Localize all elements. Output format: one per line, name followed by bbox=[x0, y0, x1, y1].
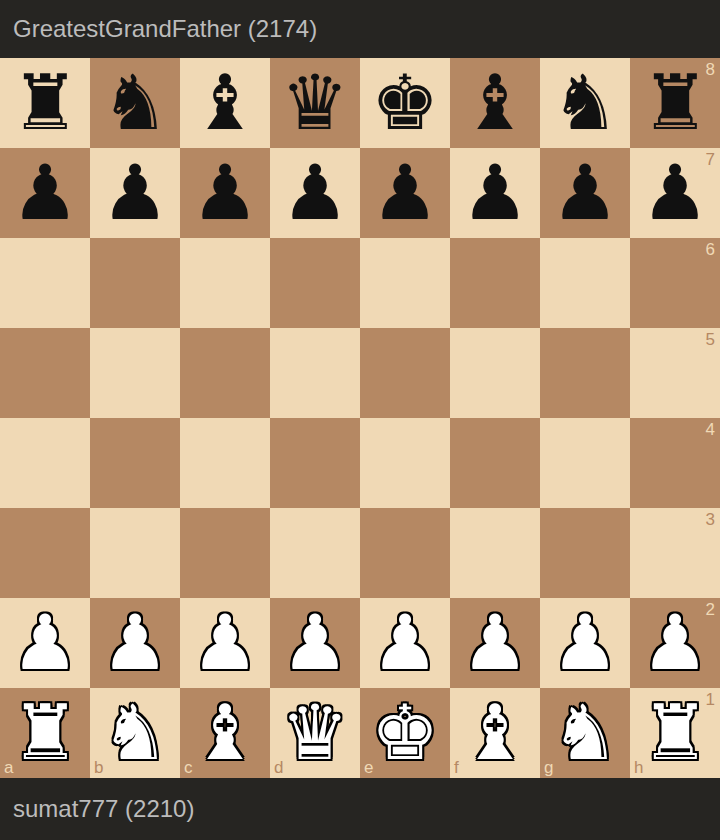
piece-white-pawn[interactable]: ♟ bbox=[461, 598, 529, 688]
piece-white-pawn[interactable]: ♟ bbox=[641, 598, 709, 688]
piece-white-rook[interactable]: ♜ bbox=[641, 688, 709, 778]
square-f1[interactable]: ♝f bbox=[450, 688, 540, 778]
file-label-d: d bbox=[274, 759, 283, 776]
piece-black-bishop[interactable]: ♝ bbox=[461, 58, 529, 148]
piece-white-knight[interactable]: ♞ bbox=[551, 688, 619, 778]
piece-black-knight[interactable]: ♞ bbox=[551, 58, 619, 148]
piece-white-pawn[interactable]: ♟ bbox=[191, 598, 259, 688]
square-e8[interactable]: ♚ bbox=[360, 58, 450, 148]
square-h3[interactable]: 3 bbox=[630, 508, 720, 598]
file-label-g: g bbox=[544, 759, 553, 776]
square-h5[interactable]: 5 bbox=[630, 328, 720, 418]
square-g8[interactable]: ♞ bbox=[540, 58, 630, 148]
bottom-player-name[interactable]: sumat777 (2210) bbox=[13, 795, 194, 823]
square-d5[interactable] bbox=[270, 328, 360, 418]
square-b1[interactable]: ♞b bbox=[90, 688, 180, 778]
square-e2[interactable]: ♟ bbox=[360, 598, 450, 688]
square-e4[interactable] bbox=[360, 418, 450, 508]
square-c6[interactable] bbox=[180, 238, 270, 328]
file-label-a: a bbox=[4, 759, 13, 776]
square-a6[interactable] bbox=[0, 238, 90, 328]
piece-black-pawn[interactable]: ♟ bbox=[461, 148, 529, 238]
piece-black-bishop[interactable]: ♝ bbox=[191, 58, 259, 148]
piece-black-pawn[interactable]: ♟ bbox=[281, 148, 349, 238]
square-c3[interactable] bbox=[180, 508, 270, 598]
square-e3[interactable] bbox=[360, 508, 450, 598]
square-c8[interactable]: ♝ bbox=[180, 58, 270, 148]
square-a7[interactable]: ♟ bbox=[0, 148, 90, 238]
square-f6[interactable] bbox=[450, 238, 540, 328]
square-f2[interactable]: ♟ bbox=[450, 598, 540, 688]
piece-white-rook[interactable]: ♜ bbox=[11, 688, 79, 778]
square-g4[interactable] bbox=[540, 418, 630, 508]
square-a4[interactable] bbox=[0, 418, 90, 508]
square-a5[interactable] bbox=[0, 328, 90, 418]
piece-white-pawn[interactable]: ♟ bbox=[371, 598, 439, 688]
piece-black-rook[interactable]: ♜ bbox=[11, 58, 79, 148]
piece-white-pawn[interactable]: ♟ bbox=[551, 598, 619, 688]
rank-label-3: 3 bbox=[706, 511, 715, 528]
square-b6[interactable] bbox=[90, 238, 180, 328]
piece-black-pawn[interactable]: ♟ bbox=[641, 148, 709, 238]
square-b5[interactable] bbox=[90, 328, 180, 418]
top-player-name[interactable]: GreatestGrandFather (2174) bbox=[13, 15, 317, 43]
file-label-b: b bbox=[94, 759, 103, 776]
rank-label-1: 1 bbox=[706, 691, 715, 708]
square-g2[interactable]: ♟ bbox=[540, 598, 630, 688]
square-g1[interactable]: ♞g bbox=[540, 688, 630, 778]
piece-white-pawn[interactable]: ♟ bbox=[281, 598, 349, 688]
piece-white-knight[interactable]: ♞ bbox=[101, 688, 169, 778]
piece-black-pawn[interactable]: ♟ bbox=[551, 148, 619, 238]
square-h4[interactable]: 4 bbox=[630, 418, 720, 508]
square-d6[interactable] bbox=[270, 238, 360, 328]
square-f4[interactable] bbox=[450, 418, 540, 508]
piece-black-knight[interactable]: ♞ bbox=[101, 58, 169, 148]
rank-label-5: 5 bbox=[706, 331, 715, 348]
square-f5[interactable] bbox=[450, 328, 540, 418]
piece-white-pawn[interactable]: ♟ bbox=[11, 598, 79, 688]
square-c5[interactable] bbox=[180, 328, 270, 418]
rank-label-7: 7 bbox=[706, 151, 715, 168]
square-f3[interactable] bbox=[450, 508, 540, 598]
square-g5[interactable] bbox=[540, 328, 630, 418]
square-e1[interactable]: ♚e bbox=[360, 688, 450, 778]
piece-black-queen[interactable]: ♛ bbox=[281, 58, 349, 148]
square-h6[interactable]: 6 bbox=[630, 238, 720, 328]
piece-white-pawn[interactable]: ♟ bbox=[101, 598, 169, 688]
square-d4[interactable] bbox=[270, 418, 360, 508]
piece-white-bishop[interactable]: ♝ bbox=[191, 688, 259, 778]
piece-black-pawn[interactable]: ♟ bbox=[11, 148, 79, 238]
top-player-bar: GreatestGrandFather (2174) bbox=[0, 0, 720, 58]
square-g6[interactable] bbox=[540, 238, 630, 328]
square-b8[interactable]: ♞ bbox=[90, 58, 180, 148]
rank-label-4: 4 bbox=[706, 421, 715, 438]
piece-black-king[interactable]: ♚ bbox=[371, 58, 439, 148]
square-g7[interactable]: ♟ bbox=[540, 148, 630, 238]
file-label-f: f bbox=[454, 759, 459, 776]
square-d7[interactable]: ♟ bbox=[270, 148, 360, 238]
square-e5[interactable] bbox=[360, 328, 450, 418]
file-label-e: e bbox=[364, 759, 373, 776]
file-label-h: h bbox=[634, 759, 643, 776]
rank-label-8: 8 bbox=[706, 61, 715, 78]
square-d8[interactable]: ♛ bbox=[270, 58, 360, 148]
square-c1[interactable]: ♝c bbox=[180, 688, 270, 778]
square-e6[interactable] bbox=[360, 238, 450, 328]
square-a2[interactable]: ♟ bbox=[0, 598, 90, 688]
square-b3[interactable] bbox=[90, 508, 180, 598]
square-f8[interactable]: ♝ bbox=[450, 58, 540, 148]
square-g3[interactable] bbox=[540, 508, 630, 598]
square-c2[interactable]: ♟ bbox=[180, 598, 270, 688]
piece-white-bishop[interactable]: ♝ bbox=[461, 688, 529, 778]
piece-white-queen[interactable]: ♛ bbox=[281, 688, 349, 778]
piece-black-pawn[interactable]: ♟ bbox=[371, 148, 439, 238]
square-c4[interactable] bbox=[180, 418, 270, 508]
square-d2[interactable]: ♟ bbox=[270, 598, 360, 688]
square-b7[interactable]: ♟ bbox=[90, 148, 180, 238]
chess-board: ♜♞♝♛♚♝♞♜8♟♟♟♟♟♟♟♟76543♟♟♟♟♟♟♟♟2♜a♞b♝c♛d♚… bbox=[0, 58, 720, 778]
square-h2[interactable]: ♟2 bbox=[630, 598, 720, 688]
square-a1[interactable]: ♜a bbox=[0, 688, 90, 778]
square-b2[interactable]: ♟ bbox=[90, 598, 180, 688]
piece-white-king[interactable]: ♚ bbox=[371, 688, 439, 778]
piece-black-pawn[interactable]: ♟ bbox=[191, 148, 259, 238]
square-c7[interactable]: ♟ bbox=[180, 148, 270, 238]
square-d1[interactable]: ♛d bbox=[270, 688, 360, 778]
piece-black-rook[interactable]: ♜ bbox=[641, 58, 709, 148]
bottom-player-bar: sumat777 (2210) bbox=[0, 778, 720, 840]
rank-label-2: 2 bbox=[706, 601, 715, 618]
square-f7[interactable]: ♟ bbox=[450, 148, 540, 238]
square-d3[interactable] bbox=[270, 508, 360, 598]
file-label-c: c bbox=[184, 759, 193, 776]
piece-black-pawn[interactable]: ♟ bbox=[101, 148, 169, 238]
square-h7[interactable]: ♟7 bbox=[630, 148, 720, 238]
square-a3[interactable] bbox=[0, 508, 90, 598]
square-a8[interactable]: ♜ bbox=[0, 58, 90, 148]
chess-app: GreatestGrandFather (2174) ♜♞♝♛♚♝♞♜8♟♟♟♟… bbox=[0, 0, 720, 840]
square-h8[interactable]: ♜8 bbox=[630, 58, 720, 148]
square-h1[interactable]: ♜1h bbox=[630, 688, 720, 778]
square-e7[interactable]: ♟ bbox=[360, 148, 450, 238]
rank-label-6: 6 bbox=[706, 241, 715, 258]
square-b4[interactable] bbox=[90, 418, 180, 508]
